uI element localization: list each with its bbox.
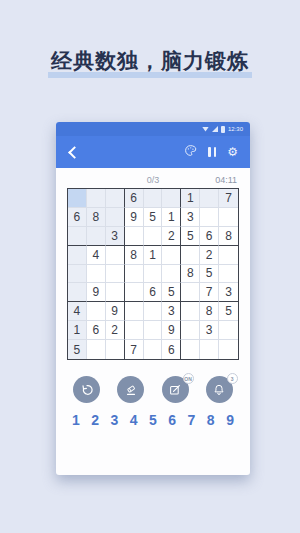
gear-icon[interactable]: ⚙: [227, 146, 238, 158]
sudoku-cell-r1c5[interactable]: [144, 189, 163, 208]
sudoku-cell-r1c1[interactable]: [68, 189, 87, 208]
bell-icon: [212, 383, 226, 397]
sudoku-cell-r2c3[interactable]: [106, 208, 125, 227]
undo-icon: [80, 383, 94, 397]
pause-icon[interactable]: [208, 147, 216, 157]
sudoku-cell-r5c7[interactable]: 8: [181, 265, 200, 284]
sudoku-cell-r2c8[interactable]: [200, 208, 219, 227]
sudoku-cell-r4c3[interactable]: [106, 246, 125, 265]
signal-bars-icon: [212, 126, 218, 132]
sudoku-cell-r3c2[interactable]: [87, 227, 106, 246]
sudoku-cell-r7c3[interactable]: 9: [106, 302, 125, 321]
sudoku-cell-r9c7[interactable]: [181, 340, 200, 359]
eraser-button[interactable]: [117, 376, 144, 403]
action-buttons-row: ON 3: [56, 376, 250, 403]
sudoku-cell-r8c4[interactable]: [125, 321, 144, 340]
sudoku-cell-r2c7[interactable]: 3: [181, 208, 200, 227]
sudoku-cell-r8c6[interactable]: 9: [162, 321, 181, 340]
sudoku-cell-r4c2[interactable]: 4: [87, 246, 106, 265]
sudoku-cell-r6c3[interactable]: [106, 283, 125, 302]
sudoku-cell-r9c6[interactable]: 6: [162, 340, 181, 359]
back-chevron-icon[interactable]: [68, 146, 81, 159]
numpad-button-5[interactable]: 5: [149, 413, 157, 427]
sudoku-cell-r9c5[interactable]: [144, 340, 163, 359]
sudoku-cell-r8c1[interactable]: 1: [68, 321, 87, 340]
sudoku-cell-r8c9[interactable]: [219, 321, 238, 340]
eraser-icon: [124, 383, 138, 397]
sudoku-cell-r6c9[interactable]: 3: [219, 283, 238, 302]
sudoku-cell-r3c4[interactable]: [125, 227, 144, 246]
sudoku-cell-r3c7[interactable]: 5: [181, 227, 200, 246]
numpad-button-6[interactable]: 6: [168, 413, 176, 427]
sudoku-cell-r5c9[interactable]: [219, 265, 238, 284]
sudoku-cell-r3c1[interactable]: [68, 227, 87, 246]
sudoku-cell-r7c1[interactable]: 4: [68, 302, 87, 321]
sudoku-cell-r2c9[interactable]: [219, 208, 238, 227]
game-timer: 04:11: [215, 175, 237, 185]
sudoku-cell-r1c9[interactable]: 7: [219, 189, 238, 208]
sudoku-cell-r4c8[interactable]: 2: [200, 246, 219, 265]
sudoku-cell-r9c2[interactable]: [87, 340, 106, 359]
sudoku-cell-r9c9[interactable]: [219, 340, 238, 359]
notes-button[interactable]: ON: [162, 376, 189, 403]
sudoku-cell-r2c5[interactable]: 5: [144, 208, 163, 227]
sudoku-cell-r5c6[interactable]: [162, 265, 181, 284]
sudoku-cell-r5c2[interactable]: [87, 265, 106, 284]
sudoku-cell-r5c4[interactable]: [125, 265, 144, 284]
numpad-button-2[interactable]: 2: [91, 413, 99, 427]
numpad-button-4[interactable]: 4: [130, 413, 138, 427]
sudoku-cell-r8c7[interactable]: [181, 321, 200, 340]
numpad-button-8[interactable]: 8: [207, 413, 215, 427]
wifi-icon: [202, 127, 209, 132]
sudoku-cell-r5c1[interactable]: [68, 265, 87, 284]
sudoku-cell-r4c4[interactable]: 8: [125, 246, 144, 265]
battery-icon: [221, 126, 225, 133]
sudoku-cell-r6c8[interactable]: 7: [200, 283, 219, 302]
sudoku-cell-r1c3[interactable]: [106, 189, 125, 208]
sudoku-cell-r5c5[interactable]: [144, 265, 163, 284]
sudoku-cell-r2c6[interactable]: 1: [162, 208, 181, 227]
sudoku-cell-r6c6[interactable]: 5: [162, 283, 181, 302]
sudoku-cell-r3c8[interactable]: 6: [200, 227, 219, 246]
sudoku-cell-r3c5[interactable]: [144, 227, 163, 246]
sudoku-cell-r6c2[interactable]: 9: [87, 283, 106, 302]
hint-button[interactable]: 3: [206, 376, 233, 403]
sudoku-cell-r8c8[interactable]: 3: [200, 321, 219, 340]
sudoku-cell-r9c1[interactable]: 5: [68, 340, 87, 359]
sudoku-cell-r8c3[interactable]: 2: [106, 321, 125, 340]
sudoku-cell-r3c3[interactable]: 3: [106, 227, 125, 246]
sudoku-cell-r6c1[interactable]: [68, 283, 87, 302]
sudoku-cell-r9c8[interactable]: [200, 340, 219, 359]
promo-heading-wrap: 经典数独，脑力锻炼: [0, 47, 300, 78]
edit-icon: [168, 383, 182, 397]
sudoku-cell-r4c6[interactable]: [162, 246, 181, 265]
undo-button[interactable]: [73, 376, 100, 403]
palette-icon[interactable]: [184, 143, 197, 161]
sudoku-cell-r1c7[interactable]: 1: [181, 189, 200, 208]
sudoku-cell-r9c3[interactable]: [106, 340, 125, 359]
sudoku-grid: 61768951332568481285965734938516293576: [67, 188, 239, 360]
sudoku-cell-r6c4[interactable]: [125, 283, 144, 302]
status-bar: 12:30: [56, 122, 250, 136]
sudoku-cell-r7c5[interactable]: [144, 302, 163, 321]
sudoku-cell-r4c5[interactable]: 1: [144, 246, 163, 265]
sudoku-cell-r3c9[interactable]: 8: [219, 227, 238, 246]
status-time: 12:30: [228, 126, 243, 132]
sudoku-cell-r1c2[interactable]: [87, 189, 106, 208]
numpad-button-7[interactable]: 7: [188, 413, 196, 427]
sudoku-cell-r3c6[interactable]: 2: [162, 227, 181, 246]
sudoku-cell-r4c9[interactable]: [219, 246, 238, 265]
sudoku-cell-r8c5[interactable]: [144, 321, 163, 340]
sudoku-cell-r4c7[interactable]: [181, 246, 200, 265]
numpad-button-3[interactable]: 3: [111, 413, 119, 427]
info-row: 0/3 04:11: [56, 168, 250, 188]
sudoku-cell-r7c4[interactable]: [125, 302, 144, 321]
sudoku-cell-r4c1[interactable]: [68, 246, 87, 265]
nav-bar: ⚙: [56, 136, 250, 168]
sudoku-cell-r7c7[interactable]: [181, 302, 200, 321]
notes-badge: ON: [183, 373, 194, 384]
sudoku-cell-r1c6[interactable]: [162, 189, 181, 208]
sudoku-cell-r2c2[interactable]: 8: [87, 208, 106, 227]
numpad-button-1[interactable]: 1: [72, 413, 80, 427]
sudoku-cell-r9c4[interactable]: 7: [125, 340, 144, 359]
sudoku-cell-r6c7[interactable]: [181, 283, 200, 302]
sudoku-cell-r5c3[interactable]: [106, 265, 125, 284]
sudoku-cell-r2c4[interactable]: 9: [125, 208, 144, 227]
sudoku-cell-r7c8[interactable]: 8: [200, 302, 219, 321]
sudoku-cell-r2c1[interactable]: 6: [68, 208, 87, 227]
sudoku-cell-r7c9[interactable]: 5: [219, 302, 238, 321]
sudoku-cell-r7c2[interactable]: [87, 302, 106, 321]
numpad-row: 123456789: [72, 413, 234, 427]
phone-mockup: 12:30 ⚙ 0/3 04:11 61768951: [56, 122, 250, 475]
app-screen: 经典数独，脑力锻炼 12:30 ⚙: [0, 0, 300, 533]
sudoku-cell-r7c6[interactable]: 3: [162, 302, 181, 321]
sudoku-cell-r1c8[interactable]: [200, 189, 219, 208]
hint-badge: 3: [227, 373, 238, 384]
promo-heading: 经典数独，脑力锻炼: [48, 47, 252, 78]
sudoku-cell-r5c8[interactable]: 5: [200, 265, 219, 284]
numpad-button-9[interactable]: 9: [226, 413, 234, 427]
sudoku-cell-r6c5[interactable]: 6: [144, 283, 163, 302]
sudoku-cell-r8c2[interactable]: 6: [87, 321, 106, 340]
sudoku-cell-r1c4[interactable]: 6: [125, 189, 144, 208]
